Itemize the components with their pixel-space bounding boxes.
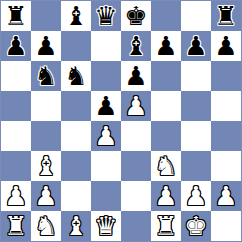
square-a2[interactable]: ♟ [1,181,31,211]
square-d5[interactable]: ♟ [91,91,121,121]
piece-white-pawn[interactable]: ♟ [154,181,177,211]
square-g3[interactable] [181,151,211,181]
square-a7[interactable]: ♟ [1,31,31,61]
square-h4[interactable] [211,121,241,151]
square-e5[interactable]: ♟ [121,91,151,121]
piece-black-pawn[interactable]: ♟ [94,91,117,121]
piece-black-pawn[interactable]: ♟ [124,61,147,91]
square-f7[interactable]: ♟ [151,31,181,61]
square-f6[interactable] [151,61,181,91]
chess-board: ♜♝♛♚♜♟♟♝♟♟♟♞♞♟♟♟♟♝♞♟♟♟♟♟♜♞♝♛♜♚ [0,0,242,242]
square-g8[interactable] [181,1,211,31]
square-h6[interactable] [211,61,241,91]
square-g6[interactable] [181,61,211,91]
square-h5[interactable] [211,91,241,121]
piece-black-rook[interactable]: ♜ [4,1,27,31]
square-f4[interactable] [151,121,181,151]
square-h2[interactable]: ♟ [211,181,241,211]
square-b4[interactable] [31,121,61,151]
piece-black-bishop[interactable]: ♝ [64,1,87,31]
piece-white-pawn[interactable]: ♟ [124,91,147,121]
square-c6[interactable]: ♞ [61,61,91,91]
piece-black-queen[interactable]: ♛ [94,1,117,31]
square-e4[interactable] [121,121,151,151]
square-c7[interactable] [61,31,91,61]
square-e8[interactable]: ♚ [121,1,151,31]
piece-white-pawn[interactable]: ♟ [34,181,57,211]
square-h3[interactable] [211,151,241,181]
square-b1[interactable]: ♞ [31,211,61,241]
piece-black-bishop[interactable]: ♝ [124,31,147,61]
piece-white-bishop[interactable]: ♝ [64,211,87,241]
piece-black-knight[interactable]: ♞ [34,61,57,91]
square-d2[interactable] [91,181,121,211]
piece-white-pawn[interactable]: ♟ [184,181,207,211]
square-a8[interactable]: ♜ [1,1,31,31]
square-f2[interactable]: ♟ [151,181,181,211]
piece-white-knight[interactable]: ♞ [34,211,57,241]
piece-black-pawn[interactable]: ♟ [34,31,57,61]
piece-white-pawn[interactable]: ♟ [94,121,117,151]
square-h1[interactable] [211,211,241,241]
piece-white-pawn[interactable]: ♟ [214,181,237,211]
square-b3[interactable]: ♝ [31,151,61,181]
square-e6[interactable]: ♟ [121,61,151,91]
square-b6[interactable]: ♞ [31,61,61,91]
square-d8[interactable]: ♛ [91,1,121,31]
square-g5[interactable] [181,91,211,121]
piece-black-pawn[interactable]: ♟ [214,31,237,61]
square-f8[interactable] [151,1,181,31]
piece-white-bishop[interactable]: ♝ [34,151,57,181]
piece-black-rook[interactable]: ♜ [214,1,237,31]
square-a1[interactable]: ♜ [1,211,31,241]
square-d3[interactable] [91,151,121,181]
square-c2[interactable] [61,181,91,211]
square-b8[interactable] [31,1,61,31]
piece-black-pawn[interactable]: ♟ [184,31,207,61]
square-f5[interactable] [151,91,181,121]
piece-white-knight[interactable]: ♞ [154,151,177,181]
piece-white-pawn[interactable]: ♟ [4,181,27,211]
square-g7[interactable]: ♟ [181,31,211,61]
square-a5[interactable] [1,91,31,121]
square-g4[interactable] [181,121,211,151]
square-g2[interactable]: ♟ [181,181,211,211]
square-d6[interactable] [91,61,121,91]
square-b2[interactable]: ♟ [31,181,61,211]
square-f3[interactable]: ♞ [151,151,181,181]
piece-black-pawn[interactable]: ♟ [154,31,177,61]
square-e7[interactable]: ♝ [121,31,151,61]
square-c5[interactable] [61,91,91,121]
piece-white-rook[interactable]: ♜ [4,211,27,241]
piece-black-pawn[interactable]: ♟ [4,31,27,61]
square-c3[interactable] [61,151,91,181]
square-e1[interactable] [121,211,151,241]
square-e3[interactable] [121,151,151,181]
piece-black-knight[interactable]: ♞ [64,61,87,91]
square-h8[interactable]: ♜ [211,1,241,31]
square-a4[interactable] [1,121,31,151]
square-b5[interactable] [31,91,61,121]
square-f1[interactable]: ♜ [151,211,181,241]
square-a3[interactable] [1,151,31,181]
piece-white-king[interactable]: ♚ [184,211,207,241]
square-d4[interactable]: ♟ [91,121,121,151]
square-c4[interactable] [61,121,91,151]
piece-black-king[interactable]: ♚ [124,1,147,31]
square-g1[interactable]: ♚ [181,211,211,241]
piece-white-rook[interactable]: ♜ [154,211,177,241]
piece-white-queen[interactable]: ♛ [94,211,117,241]
square-b7[interactable]: ♟ [31,31,61,61]
square-c1[interactable]: ♝ [61,211,91,241]
square-e2[interactable] [121,181,151,211]
square-a6[interactable] [1,61,31,91]
square-c8[interactable]: ♝ [61,1,91,31]
square-h7[interactable]: ♟ [211,31,241,61]
square-d7[interactable] [91,31,121,61]
square-d1[interactable]: ♛ [91,211,121,241]
